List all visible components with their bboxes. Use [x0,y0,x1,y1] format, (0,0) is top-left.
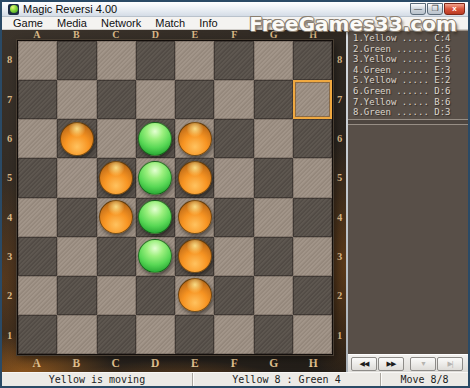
status-move-counter: Move 8/8 [380,373,468,386]
square-H4[interactable] [293,198,332,237]
square-F3[interactable] [214,237,253,276]
square-C4[interactable] [97,198,136,237]
col-label-E: E [175,355,215,371]
square-B2[interactable] [57,276,96,315]
close-button[interactable]: x [444,3,465,15]
row-label-6: 6 [333,119,346,158]
square-D1[interactable] [136,315,175,354]
square-A7[interactable] [18,80,57,119]
move-row: 1.Yellow ..... C:4 [353,33,468,44]
app-icon [8,4,19,15]
square-D5[interactable] [136,158,175,197]
step-back-button[interactable]: ◀◀ [351,357,377,371]
col-label-G: G [254,355,294,371]
disc-yellow [178,122,212,156]
square-D7[interactable] [136,80,175,119]
row-label-1: 1 [333,316,346,355]
square-B6[interactable] [57,119,96,158]
square-A1[interactable] [18,315,57,354]
disc-yellow [99,200,133,234]
square-A4[interactable] [18,198,57,237]
square-E3[interactable] [175,237,214,276]
col-label-F: F [215,30,255,40]
row-label-7: 7 [333,79,346,118]
board [17,40,333,355]
square-C8[interactable] [97,41,136,80]
disc-green [138,122,172,156]
square-F6[interactable] [214,119,253,158]
square-E8[interactable] [175,41,214,80]
move-row: 7.Yellow ..... B:6 [353,97,468,108]
square-G4[interactable] [254,198,293,237]
square-C5[interactable] [97,158,136,197]
step-forward-button[interactable]: ▶▶ [378,357,404,371]
window-controls: — ❐ x [410,3,465,15]
disc-yellow [178,239,212,273]
move-row: 3.Yellow ..... E:6 [353,54,468,65]
col-label-H: H [294,30,334,40]
move-row: 5.Yellow ..... E:2 [353,75,468,86]
to-end-button: ▶| [437,357,463,371]
square-H3[interactable] [293,237,332,276]
side-panel: 1.Yellow ..... C:42.Green ...... C:53.Ye… [348,30,468,372]
square-G2[interactable] [254,276,293,315]
square-H6[interactable] [293,119,332,158]
square-B5[interactable] [57,158,96,197]
square-G5[interactable] [254,158,293,197]
square-C1[interactable] [97,315,136,354]
window-title: Magic Reversi 4.00 [23,2,117,17]
move-row: 8.Green ...... D:3 [353,107,468,118]
disc-green [138,239,172,273]
square-G8[interactable] [254,41,293,80]
green-orb-icon [10,5,18,13]
col-label-H: H [294,355,334,371]
square-F4[interactable] [214,198,253,237]
square-C2[interactable] [97,276,136,315]
col-label-C: C [96,355,136,371]
col-label-A: A [17,30,57,40]
menu-item-network[interactable]: Network [94,17,148,30]
menu-item-info[interactable]: Info [192,17,224,30]
close-icon: x [452,4,456,13]
replay-controls: ◀◀▶▶▼▶| [348,354,468,372]
square-B7[interactable] [57,80,96,119]
move-row: 2.Green ...... C:5 [353,44,468,55]
row-label-8: 8 [2,40,17,79]
move-list: 1.Yellow ..... C:42.Green ...... C:53.Ye… [348,31,468,119]
square-E4[interactable] [175,198,214,237]
row-label-4: 4 [2,198,17,237]
disc-yellow [178,161,212,195]
col-label-B: B [57,30,97,40]
square-E1[interactable] [175,315,214,354]
column-labels-bottom: ABCDEFGH [17,355,333,371]
square-C3[interactable] [97,237,136,276]
row-label-2: 2 [2,276,17,315]
disc-yellow [99,161,133,195]
square-B3[interactable] [57,237,96,276]
row-labels-right: 87654321 [333,40,346,355]
row-label-3: 3 [333,237,346,276]
square-E6[interactable] [175,119,214,158]
square-H5[interactable] [293,158,332,197]
square-H1[interactable] [293,315,332,354]
square-E5[interactable] [175,158,214,197]
row-label-3: 3 [2,237,17,276]
jump-button: ▼ [410,357,436,371]
square-A8[interactable] [18,41,57,80]
minimize-icon: — [414,4,422,13]
square-F8[interactable] [214,41,253,80]
square-A6[interactable] [18,119,57,158]
col-label-E: E [175,30,215,40]
square-D2[interactable] [136,276,175,315]
row-label-7: 7 [2,79,17,118]
status-score: Yellow 8 : Green 4 [192,373,380,386]
maximize-button[interactable]: ❐ [427,3,443,15]
square-H2[interactable] [293,276,332,315]
move-row: 6.Green ...... D:6 [353,86,468,97]
disc-yellow [178,200,212,234]
square-B8[interactable] [57,41,96,80]
square-C6[interactable] [97,119,136,158]
disc-green [138,161,172,195]
square-D6[interactable] [136,119,175,158]
status-bar: Yellow is moving Yellow 8 : Green 4 Move… [2,372,468,386]
square-B4[interactable] [57,198,96,237]
square-G6[interactable] [254,119,293,158]
square-H7[interactable] [293,80,332,119]
panel-empty-area [348,125,468,354]
square-D3[interactable] [136,237,175,276]
row-label-5: 5 [2,158,17,197]
row-label-6: 6 [2,119,17,158]
app-window: Magic Reversi 4.00 — ❐ x GameMediaNetwor… [0,0,470,388]
square-H8[interactable] [293,41,332,80]
square-G3[interactable] [254,237,293,276]
square-F1[interactable] [214,315,253,354]
board-frame: ABCDEFGH ABCDEFGH 87654321 87654321 [2,30,346,372]
col-label-D: D [136,355,176,371]
square-D8[interactable] [136,41,175,80]
square-F2[interactable] [214,276,253,315]
square-E2[interactable] [175,276,214,315]
square-G7[interactable] [254,80,293,119]
square-E7[interactable] [175,80,214,119]
square-F7[interactable] [214,80,253,119]
col-label-A: A [17,355,57,371]
column-labels-top: ABCDEFGH [17,30,333,40]
square-B1[interactable] [57,315,96,354]
row-label-5: 5 [333,158,346,197]
col-label-D: D [136,30,176,40]
col-label-C: C [96,30,136,40]
menu-item-match[interactable]: Match [148,17,192,30]
minimize-button[interactable]: — [410,3,426,15]
col-label-G: G [254,30,294,40]
client-area: ABCDEFGH ABCDEFGH 87654321 87654321 1.Ye… [2,30,468,372]
col-label-F: F [215,355,255,371]
status-turn: Yellow is moving [2,373,192,386]
move-row: 4.Green ...... E:3 [353,65,468,76]
square-A2[interactable] [18,276,57,315]
square-C7[interactable] [97,80,136,119]
disc-yellow [178,278,212,312]
disc-green [138,200,172,234]
row-label-1: 1 [2,316,17,355]
square-G1[interactable] [254,315,293,354]
row-label-4: 4 [333,198,346,237]
maximize-icon: ❐ [431,4,438,13]
row-labels-left: 87654321 [2,40,17,355]
square-A3[interactable] [18,237,57,276]
square-A5[interactable] [18,158,57,197]
menu-item-game[interactable]: Game [6,17,50,30]
row-label-2: 2 [333,276,346,315]
col-label-B: B [57,355,97,371]
row-label-8: 8 [333,40,346,79]
title-bar[interactable]: Magic Reversi 4.00 — ❐ x [2,2,468,17]
menu-item-media[interactable]: Media [50,17,94,30]
disc-yellow [60,122,94,156]
square-F5[interactable] [214,158,253,197]
square-D4[interactable] [136,198,175,237]
